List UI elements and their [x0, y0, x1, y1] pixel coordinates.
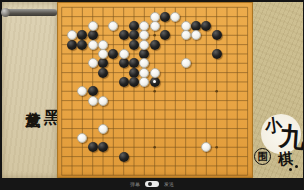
logo-ink-dot: [295, 165, 298, 168]
white-stone: [170, 12, 180, 22]
black-player-name: 童梦成: [23, 99, 42, 102]
white-stone: [88, 21, 98, 31]
danmaku-count-label: 弹幕: [130, 182, 140, 187]
player-name-columns: 黑 童梦成 八段 白 柯洁 九段: [4, 21, 55, 172]
black-player-column: 黑 童梦成 八段: [4, 21, 65, 172]
black-stone: [88, 30, 98, 40]
black-stone: [129, 77, 139, 87]
white-stone: [119, 49, 129, 59]
scroll-roller: [2, 9, 57, 16]
white-stone: [150, 68, 160, 78]
black-stone: [119, 77, 129, 87]
scroll-roller-knob: [1, 8, 10, 17]
danmaku-send-label: 发送: [164, 182, 174, 187]
logo-char-qi: 棋: [277, 149, 294, 169]
black-stone: [67, 40, 77, 50]
black-stone: [119, 152, 129, 162]
star-point: [215, 90, 218, 93]
white-stone: [88, 40, 98, 50]
white-stone: [88, 96, 98, 106]
white-stone: [139, 40, 149, 50]
black-stone: [129, 40, 139, 50]
white-stone: [181, 30, 191, 40]
white-stone: [98, 49, 108, 59]
black-stone-last-move: [150, 77, 160, 87]
white-stone: [98, 96, 108, 106]
white-stone: [88, 58, 98, 68]
black-stone: [119, 58, 129, 68]
black-stone: [160, 12, 170, 22]
black-stone: [88, 86, 98, 96]
white-stone: [98, 124, 108, 134]
star-point: [153, 90, 156, 93]
white-stone: [150, 21, 160, 31]
black-stone: [212, 49, 222, 59]
black-stone: [98, 68, 108, 78]
player-scroll-panel: 黑 童梦成 八段 白 柯洁 九段: [2, 2, 57, 178]
go-board[interactable]: [57, 2, 253, 178]
black-stone: [212, 30, 222, 40]
danmaku-toggle-knob: [148, 182, 152, 186]
star-point: [153, 34, 156, 37]
star-point: [153, 146, 156, 149]
logo-char-wei: 围: [254, 148, 271, 165]
black-stone: [88, 142, 98, 152]
danmaku-toggle[interactable]: [145, 181, 159, 187]
logo-ink-dot: [289, 168, 292, 171]
black-stone: [119, 30, 129, 40]
black-stone: [150, 40, 160, 50]
decorative-paper-panel: 小 九 围 棋: [253, 2, 303, 178]
black-stone: [77, 40, 87, 50]
black-player-rank: 八段: [4, 168, 23, 172]
white-stone: [181, 58, 191, 68]
video-player-bar[interactable]: 弹幕 发送: [0, 178, 304, 190]
star-point: [215, 146, 218, 149]
